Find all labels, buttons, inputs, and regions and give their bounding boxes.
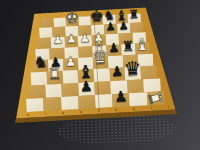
chess-piece-bK[interactable]: ♚ xyxy=(89,8,104,24)
square[interactable] xyxy=(61,96,79,111)
chess-piece-bP[interactable]: ♟ xyxy=(79,78,93,93)
square[interactable] xyxy=(29,84,46,98)
chess-piece-bP[interactable]: ♟ xyxy=(108,41,120,54)
chess-piece-wB[interactable]: ♝ xyxy=(134,37,150,54)
square[interactable] xyxy=(43,97,61,112)
square[interactable] xyxy=(61,82,78,96)
chess-piece-wR[interactable]: ♜ xyxy=(47,66,62,82)
chess-piece-wK[interactable]: ♚ xyxy=(65,10,80,26)
chess-piece-wP[interactable]: ♟ xyxy=(66,33,77,45)
square[interactable] xyxy=(26,98,44,113)
chess-piece-bN[interactable]: ♞ xyxy=(33,54,48,71)
square[interactable] xyxy=(37,38,51,49)
square[interactable] xyxy=(31,72,47,85)
chess-piece-bP[interactable]: ♟ xyxy=(118,20,129,32)
chess-piece-bP[interactable]: ♟ xyxy=(105,21,116,33)
chess-piece-bQ[interactable]: ♛ xyxy=(123,59,141,79)
chess-piece-bR[interactable]: ♜ xyxy=(121,39,134,54)
board-perspective-wrapper: ♚♚♞♝♜♟♟♟♟♟♟♝♟♜♝♞♟♟♛♜♝♟♛♟♟♜ xyxy=(0,0,200,150)
square[interactable] xyxy=(127,79,144,93)
chess-piece-bR[interactable]: ♜ xyxy=(128,9,139,21)
chess-piece-bP[interactable]: ♟ xyxy=(111,64,124,78)
square[interactable] xyxy=(140,66,156,79)
chess-piece-wP[interactable]: ♟ xyxy=(52,34,63,46)
chess-piece-bP[interactable]: ♟ xyxy=(114,89,128,105)
square[interactable] xyxy=(45,83,62,97)
table-surface: ♚♚♞♝♜♟♟♟♟♟♟♝♟♜♝♞♟♟♛♜♝♟♛♟♟♜ xyxy=(0,0,200,150)
square[interactable] xyxy=(78,95,96,110)
square[interactable] xyxy=(62,70,78,83)
chess-piece-wQ[interactable]: ♛ xyxy=(92,49,110,68)
chess-piece-wP[interactable]: ♟ xyxy=(79,32,90,44)
chess-piece-wP[interactable]: ♟ xyxy=(64,55,76,69)
